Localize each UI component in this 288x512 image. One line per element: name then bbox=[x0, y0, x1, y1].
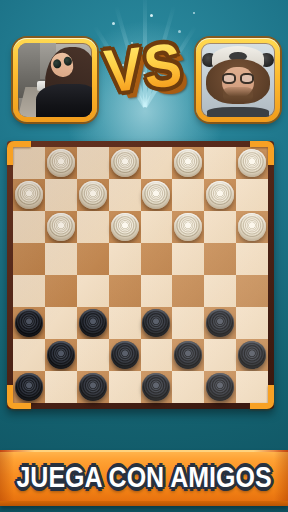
checkers-board bbox=[7, 141, 274, 409]
board-cell[interactable] bbox=[172, 339, 204, 371]
sparkle bbox=[112, 22, 115, 25]
board-cell[interactable] bbox=[77, 147, 109, 179]
board-cell[interactable] bbox=[236, 179, 268, 211]
white-piece[interactable] bbox=[111, 213, 139, 241]
board-cell[interactable] bbox=[141, 371, 173, 403]
board-cell[interactable] bbox=[13, 147, 45, 179]
black-piece[interactable] bbox=[206, 373, 234, 401]
board-cell[interactable] bbox=[141, 147, 173, 179]
shirt bbox=[207, 107, 269, 117]
board-cell[interactable] bbox=[141, 243, 173, 275]
board-cell[interactable] bbox=[109, 179, 141, 211]
white-piece[interactable] bbox=[15, 181, 43, 209]
black-piece[interactable] bbox=[142, 309, 170, 337]
board-cell[interactable] bbox=[141, 307, 173, 339]
board-cell[interactable] bbox=[172, 211, 204, 243]
leather-jacket bbox=[36, 84, 92, 117]
right-player-photo bbox=[201, 43, 275, 117]
white-piece[interactable] bbox=[174, 213, 202, 241]
black-piece[interactable] bbox=[79, 309, 107, 337]
game-screen: VS VS JUEGA CON A bbox=[0, 0, 288, 512]
board-cell[interactable] bbox=[77, 371, 109, 403]
board-cell[interactable] bbox=[204, 371, 236, 403]
board-cell[interactable] bbox=[141, 179, 173, 211]
board-cell[interactable] bbox=[109, 243, 141, 275]
white-piece[interactable] bbox=[47, 149, 75, 177]
banner-fold bbox=[274, 450, 288, 506]
board-cell[interactable] bbox=[204, 147, 236, 179]
white-piece[interactable] bbox=[174, 149, 202, 177]
board-cell[interactable] bbox=[45, 339, 77, 371]
sparkle bbox=[150, 14, 153, 17]
eyeglasses bbox=[222, 73, 255, 83]
board-cell[interactable] bbox=[236, 275, 268, 307]
board-cell[interactable] bbox=[204, 179, 236, 211]
board-cell[interactable] bbox=[13, 307, 45, 339]
white-piece[interactable] bbox=[111, 149, 139, 177]
banner-fold bbox=[0, 450, 14, 506]
beard bbox=[223, 87, 253, 103]
board-cell[interactable] bbox=[204, 307, 236, 339]
board-cell[interactable] bbox=[109, 371, 141, 403]
board-cell[interactable] bbox=[77, 339, 109, 371]
white-piece[interactable] bbox=[79, 181, 107, 209]
board-cell[interactable] bbox=[172, 371, 204, 403]
left-player-photo bbox=[18, 43, 92, 117]
board-cell[interactable] bbox=[109, 147, 141, 179]
board-cell[interactable] bbox=[236, 307, 268, 339]
board-cell[interactable] bbox=[45, 243, 77, 275]
banner-label-fill: JUEGA CON AMIGOS bbox=[16, 460, 271, 493]
board-cell[interactable] bbox=[13, 371, 45, 403]
board-cell[interactable] bbox=[109, 211, 141, 243]
black-piece[interactable] bbox=[238, 341, 266, 369]
board-cell[interactable] bbox=[141, 211, 173, 243]
board-cell[interactable] bbox=[45, 307, 77, 339]
board-cell[interactable] bbox=[236, 339, 268, 371]
left-player-avatar[interactable] bbox=[13, 38, 97, 122]
black-piece[interactable] bbox=[111, 341, 139, 369]
board-cell[interactable] bbox=[45, 211, 77, 243]
board-grid bbox=[13, 147, 268, 403]
board-cell[interactable] bbox=[172, 179, 204, 211]
board-cell[interactable] bbox=[13, 211, 45, 243]
play-with-friends-banner[interactable]: JUEGA CON AMIGOS JUEGA CON AMIGOS bbox=[0, 450, 288, 506]
board-cell[interactable] bbox=[204, 211, 236, 243]
white-piece[interactable] bbox=[206, 181, 234, 209]
black-piece[interactable] bbox=[15, 373, 43, 401]
board-cell[interactable] bbox=[13, 275, 45, 307]
board-cell[interactable] bbox=[13, 179, 45, 211]
black-piece[interactable] bbox=[47, 341, 75, 369]
black-piece[interactable] bbox=[79, 373, 107, 401]
board-cell[interactable] bbox=[45, 147, 77, 179]
board-cell[interactable] bbox=[109, 275, 141, 307]
board-cell[interactable] bbox=[77, 307, 109, 339]
board-cell[interactable] bbox=[109, 339, 141, 371]
white-piece[interactable] bbox=[238, 213, 266, 241]
board-cell[interactable] bbox=[204, 275, 236, 307]
vs-label: VS VS bbox=[102, 34, 187, 102]
board-cell[interactable] bbox=[77, 275, 109, 307]
board-cell[interactable] bbox=[141, 339, 173, 371]
board-cell[interactable] bbox=[141, 275, 173, 307]
board-cell[interactable] bbox=[172, 243, 204, 275]
board-cell[interactable] bbox=[236, 147, 268, 179]
board-cell[interactable] bbox=[204, 339, 236, 371]
board-cell[interactable] bbox=[45, 371, 77, 403]
board-cell[interactable] bbox=[236, 371, 268, 403]
board-cell[interactable] bbox=[13, 339, 45, 371]
black-piece[interactable] bbox=[206, 309, 234, 337]
right-player-avatar[interactable] bbox=[196, 38, 280, 122]
banner-label: JUEGA CON AMIGOS JUEGA CON AMIGOS bbox=[16, 462, 271, 492]
board-cell[interactable] bbox=[45, 275, 77, 307]
black-piece[interactable] bbox=[174, 341, 202, 369]
board-cell[interactable] bbox=[77, 211, 109, 243]
board-cell[interactable] bbox=[172, 147, 204, 179]
board-cell[interactable] bbox=[236, 211, 268, 243]
white-piece[interactable] bbox=[47, 213, 75, 241]
board-cell[interactable] bbox=[13, 243, 45, 275]
board-cell[interactable] bbox=[204, 243, 236, 275]
board-cell[interactable] bbox=[109, 307, 141, 339]
board-cell[interactable] bbox=[45, 179, 77, 211]
sparkle bbox=[193, 12, 195, 14]
board-cell[interactable] bbox=[236, 243, 268, 275]
vs-label-fill: VS bbox=[102, 34, 187, 102]
white-piece[interactable] bbox=[238, 149, 266, 177]
board-cell[interactable] bbox=[172, 275, 204, 307]
board-cell[interactable] bbox=[77, 179, 109, 211]
black-piece[interactable] bbox=[142, 373, 170, 401]
white-piece[interactable] bbox=[142, 181, 170, 209]
board-cell[interactable] bbox=[77, 243, 109, 275]
board-cell[interactable] bbox=[172, 307, 204, 339]
black-piece[interactable] bbox=[15, 309, 43, 337]
